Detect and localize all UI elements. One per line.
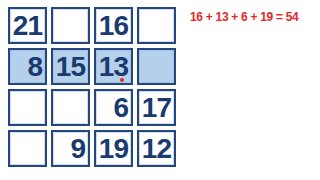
grid-cell-r1c3[interactable]: 16 — [94, 7, 133, 44]
grid-cell-r1c4[interactable] — [137, 7, 176, 44]
grid-cell-r1c2[interactable] — [51, 7, 90, 44]
grid-cell-r3c3[interactable]: 6 — [94, 89, 133, 126]
grid-cell-r1c1[interactable]: 21 — [8, 7, 47, 44]
puzzle-grid: 21168151361791912 — [8, 7, 176, 167]
grid-cell-r2c2[interactable]: 15 — [51, 48, 90, 85]
grid-cell-r4c3[interactable]: 19 — [94, 130, 133, 167]
grid-cell-r4c1[interactable] — [8, 130, 47, 167]
grid-cell-r4c4[interactable]: 12 — [137, 130, 176, 167]
grid-cell-r4c2[interactable]: 9 — [51, 130, 90, 167]
grid-cell-r2c3[interactable]: 13 — [94, 48, 133, 85]
grid-cell-r2c4[interactable] — [137, 48, 176, 85]
grid-cell-r3c2[interactable] — [51, 89, 90, 126]
grid-cell-r3c1[interactable] — [8, 89, 47, 126]
grid-cell-r3c4[interactable]: 17 — [137, 89, 176, 126]
red-dot-marker — [120, 78, 124, 82]
grid-cell-r2c1[interactable]: 8 — [8, 48, 47, 85]
sum-equation-text: 16 + 13 + 6 + 19 = 54 — [190, 10, 298, 24]
